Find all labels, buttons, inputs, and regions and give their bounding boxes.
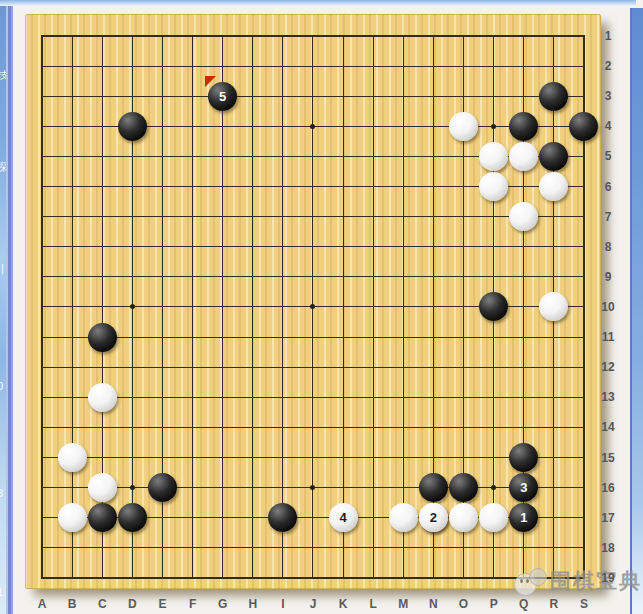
desktop-background-right	[630, 8, 643, 614]
move-number-label: 2	[419, 503, 448, 532]
coordinate-column-label: C	[94, 597, 110, 611]
coordinate-row-label: 2	[599, 59, 617, 73]
stone-black-R3[interactable]	[539, 82, 568, 111]
go-app-window: 围棋宝典 53142ABCDEFGHIJKLMNOPQRS12345678910…	[0, 0, 643, 614]
grid-line	[41, 547, 585, 548]
coordinate-column-label: Q	[516, 597, 532, 611]
coordinate-column-label: H	[245, 597, 261, 611]
stone-black-Q16[interactable]: 3	[509, 473, 538, 502]
stone-white-K17[interactable]: 4	[329, 503, 358, 532]
coordinate-row-label: 7	[599, 210, 617, 224]
coordinate-row-label: 12	[599, 360, 617, 374]
star-point	[491, 124, 496, 129]
stone-black-Q4[interactable]	[509, 112, 538, 141]
coordinate-row-label: 11	[599, 330, 617, 344]
grid-line	[41, 427, 585, 428]
stone-white-P5[interactable]	[479, 142, 508, 171]
stone-black-Q17[interactable]: 1	[509, 503, 538, 532]
desktop-text-fragment: 探	[0, 160, 6, 175]
stone-white-B17[interactable]	[58, 503, 87, 532]
coordinate-column-label: F	[185, 597, 201, 611]
coordinate-row-label: 16	[599, 481, 617, 495]
coordinate-column-label: M	[395, 597, 411, 611]
grid-line	[403, 35, 404, 579]
stone-black-D17[interactable]	[118, 503, 147, 532]
stone-white-B15[interactable]	[58, 443, 87, 472]
star-point	[130, 485, 135, 490]
desktop-text-fragment: 1	[0, 586, 6, 598]
coordinate-row-label: 5	[599, 149, 617, 163]
coordinate-column-label: P	[486, 597, 502, 611]
coordinate-row-label: 14	[599, 420, 617, 434]
move-number-label: 3	[509, 473, 538, 502]
stone-white-P6[interactable]	[479, 172, 508, 201]
coordinate-column-label: K	[335, 597, 351, 611]
grid-line	[373, 35, 374, 579]
coordinate-column-label: L	[365, 597, 381, 611]
coordinate-column-label: I	[275, 597, 291, 611]
coordinate-column-label: B	[64, 597, 80, 611]
grid-line	[343, 35, 344, 579]
stone-white-O4[interactable]	[449, 112, 478, 141]
coordinate-column-label: D	[124, 597, 140, 611]
coordinate-row-label: 1	[599, 29, 617, 43]
coordinate-column-label: S	[576, 597, 592, 611]
desktop-text-fragment: 3	[0, 487, 6, 499]
last-move-triangle-icon	[205, 76, 216, 87]
move-number-label: 1	[509, 503, 538, 532]
coordinate-row-label: 18	[599, 541, 617, 555]
grid-line	[41, 337, 585, 338]
coordinate-row-label: 17	[599, 511, 617, 525]
desktop-text-fragment: 0	[0, 380, 6, 392]
coordinate-column-label: R	[546, 597, 562, 611]
coordinate-column-label: A	[34, 597, 50, 611]
coordinate-row-label: 10	[599, 300, 617, 314]
window-top-edge	[0, 0, 636, 6]
stone-white-Q5[interactable]	[509, 142, 538, 171]
watermark-logo-icon	[512, 565, 550, 597]
stone-black-N16[interactable]	[419, 473, 448, 502]
stone-white-C16[interactable]	[88, 473, 117, 502]
coordinate-row-label: 19	[599, 571, 617, 585]
stone-white-C13[interactable]	[88, 383, 117, 412]
coordinate-row-label: 15	[599, 451, 617, 465]
stone-black-G3[interactable]: 5	[208, 82, 237, 111]
stone-white-M17[interactable]	[389, 503, 418, 532]
coordinate-row-label: 6	[599, 180, 617, 194]
stone-black-E16[interactable]	[148, 473, 177, 502]
coordinate-column-label: G	[215, 597, 231, 611]
watermark-text: 围棋宝典	[550, 567, 642, 595]
desktop-text-fragment: 技	[0, 68, 6, 83]
stone-black-O16[interactable]	[449, 473, 478, 502]
watermark: 围棋宝典	[512, 565, 642, 597]
coordinate-row-label: 8	[599, 240, 617, 254]
grid-line	[41, 577, 585, 579]
desktop-text-fragment: 丨	[0, 262, 6, 277]
coordinate-row-label: 9	[599, 270, 617, 284]
grid-line	[41, 367, 585, 368]
coordinate-row-label: 4	[599, 119, 617, 133]
coordinate-column-label: J	[305, 597, 321, 611]
stone-white-N17b[interactable]: 2	[419, 503, 448, 532]
grid-line	[41, 457, 585, 458]
stone-black-C17[interactable]	[88, 503, 117, 532]
coordinate-column-label: O	[456, 597, 472, 611]
coordinate-row-label: 3	[599, 89, 617, 103]
move-number-label: 4	[329, 503, 358, 532]
stone-black-D4[interactable]	[118, 112, 147, 141]
stone-black-C11[interactable]	[88, 323, 117, 352]
window-left-border	[6, 0, 13, 614]
coordinate-column-label: E	[154, 597, 170, 611]
coordinate-row-label: 13	[599, 390, 617, 404]
coordinate-column-label: N	[425, 597, 441, 611]
grid-line	[41, 397, 585, 398]
